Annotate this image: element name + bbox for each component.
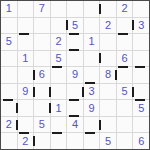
consecutive-mark-h-r6-r7c1 <box>3 99 13 101</box>
cell-r4c3[interactable] <box>34 51 50 67</box>
cell-r8c3[interactable]: 5 <box>34 117 50 133</box>
cell-r3c8[interactable] <box>117 34 133 50</box>
consecutive-mark-v-r6c2-c3 <box>33 87 35 97</box>
puzzle-board: 172523521156698935195254256 <box>0 0 150 150</box>
cell-r8c8[interactable] <box>117 117 133 133</box>
cell-r1c7[interactable] <box>100 1 116 17</box>
cell-r1c3[interactable]: 7 <box>34 1 50 17</box>
cell-r6c9[interactable] <box>133 84 149 100</box>
cell-r9c7[interactable]: 5 <box>100 133 116 149</box>
cell-r3c4[interactable]: 2 <box>51 34 67 50</box>
cell-r4c4[interactable]: 5 <box>51 51 67 67</box>
cell-r5c2[interactable] <box>18 67 34 83</box>
cell-r3c5[interactable] <box>67 34 83 50</box>
consecutive-mark-v-r1c6-c7 <box>99 4 101 14</box>
consecutive-mark-h-r2-r3c5 <box>69 33 79 35</box>
consecutive-mark-v-r2c8-c9 <box>132 20 134 30</box>
cell-r2c5[interactable]: 5 <box>67 18 83 34</box>
cell-r4c6[interactable] <box>84 51 100 67</box>
cell-r2c7[interactable]: 2 <box>100 18 116 34</box>
cell-r2c9[interactable]: 3 <box>133 18 149 34</box>
consecutive-mark-h-r8-r9c6 <box>85 132 95 134</box>
cell-r4c2[interactable]: 1 <box>18 51 34 67</box>
cell-r1c8[interactable]: 2 <box>117 1 133 17</box>
cell-r5c4[interactable] <box>51 67 67 83</box>
cell-r6c3[interactable] <box>34 84 50 100</box>
cell-r4c1[interactable] <box>1 51 17 67</box>
cell-r9c3[interactable] <box>34 133 50 149</box>
cell-r8c5[interactable]: 4 <box>67 117 83 133</box>
consecutive-mark-v-r6c3-c4 <box>49 87 51 97</box>
consecutive-mark-h-r6-r7c9 <box>135 99 145 101</box>
cell-r3c7[interactable] <box>100 34 116 50</box>
cell-r4c5[interactable] <box>67 51 83 67</box>
cell-r7c4[interactable]: 1 <box>51 100 67 116</box>
cell-r1c5[interactable] <box>67 1 83 17</box>
cell-r5c9[interactable] <box>133 67 149 83</box>
cell-r9c6[interactable] <box>84 133 100 149</box>
cell-r9c4[interactable] <box>51 133 67 149</box>
cell-r6c2[interactable]: 9 <box>18 84 34 100</box>
cell-r7c8[interactable] <box>117 100 133 116</box>
consecutive-mark-h-r2-r3c2 <box>19 33 29 35</box>
consecutive-mark-h-r8-r9c4 <box>52 132 62 134</box>
cell-r7c3[interactable] <box>34 100 50 116</box>
cell-r6c5[interactable] <box>67 84 83 100</box>
cell-r2c2[interactable] <box>18 18 34 34</box>
cell-r6c1[interactable] <box>1 84 17 100</box>
consecutive-mark-h-r4-r5c8 <box>118 66 128 68</box>
cell-r8c7[interactable] <box>100 117 116 133</box>
cell-r7c2[interactable] <box>18 100 34 116</box>
cell-r9c8[interactable] <box>117 133 133 149</box>
consecutive-mark-v-r4c6-c7 <box>99 53 101 63</box>
consecutive-mark-v-r5c2-c3 <box>33 70 35 80</box>
cell-r4c8[interactable]: 6 <box>117 51 133 67</box>
cell-r9c2[interactable]: 2 <box>18 133 34 149</box>
cell-r7c7[interactable] <box>100 100 116 116</box>
consecutive-mark-v-r8c6-c7 <box>99 120 101 130</box>
cell-r3c6[interactable]: 1 <box>84 34 100 50</box>
cell-r5c7[interactable]: 8 <box>100 67 116 83</box>
consecutive-mark-v-r7c1-c2 <box>16 103 18 113</box>
cell-r1c6[interactable] <box>84 1 100 17</box>
cell-r4c9[interactable] <box>133 51 149 67</box>
cell-r7c6[interactable]: 9 <box>84 100 100 116</box>
cell-r8c2[interactable] <box>18 117 34 133</box>
consecutive-mark-h-r4-r5c4 <box>52 66 62 68</box>
consecutive-mark-h-r4-r5c9 <box>135 66 145 68</box>
cell-r3c9[interactable] <box>133 34 149 50</box>
cell-r8c9[interactable] <box>133 117 149 133</box>
cell-r1c9[interactable] <box>133 1 149 17</box>
cell-r8c1[interactable]: 2 <box>1 117 17 133</box>
consecutive-mark-v-r2c4-c5 <box>66 20 68 30</box>
cell-r6c8[interactable]: 5 <box>117 84 133 100</box>
cell-r3c3[interactable] <box>34 34 50 50</box>
cell-r2c1[interactable] <box>1 18 17 34</box>
puzzle-grid: 172523521156698935195254256 <box>1 1 149 149</box>
consecutive-mark-h-r8-r9c2 <box>19 132 29 134</box>
consecutive-mark-h-r7-r8c5 <box>69 115 79 117</box>
consecutive-mark-h-r6-r7c5 <box>69 99 79 101</box>
cell-r3c1[interactable]: 5 <box>1 34 17 50</box>
consecutive-mark-v-r7c3-c4 <box>49 103 51 113</box>
cell-r4c7[interactable] <box>100 51 116 67</box>
cell-r5c8[interactable] <box>117 67 133 83</box>
consecutive-mark-h-r5-r6c6 <box>85 82 95 84</box>
consecutive-mark-h-r3-r4c5 <box>69 49 79 51</box>
cell-r7c9[interactable]: 5 <box>133 100 149 116</box>
consecutive-mark-v-r5c7-c8 <box>115 70 117 80</box>
cell-r5c3[interactable]: 6 <box>34 67 50 83</box>
cell-r8c6[interactable] <box>84 117 100 133</box>
cell-r9c5[interactable] <box>67 133 83 149</box>
cell-r8c4[interactable] <box>51 117 67 133</box>
cell-r6c6[interactable]: 3 <box>84 84 100 100</box>
cell-r7c5[interactable] <box>67 100 83 116</box>
cell-r2c3[interactable] <box>34 18 50 34</box>
cell-r2c6[interactable] <box>84 18 100 34</box>
cell-r9c1[interactable] <box>1 133 17 149</box>
cell-r9c9[interactable]: 6 <box>133 133 149 149</box>
cell-r2c8[interactable] <box>117 18 133 34</box>
cell-r6c7[interactable] <box>100 84 116 100</box>
consecutive-mark-h-r2-r3c8 <box>118 33 128 35</box>
consecutive-mark-v-r8c1-c2 <box>16 120 18 130</box>
cell-r2c4[interactable] <box>51 18 67 34</box>
cell-r1c2[interactable] <box>18 1 34 17</box>
cell-r1c1[interactable]: 1 <box>1 1 17 17</box>
cell-r7c1[interactable] <box>1 100 17 116</box>
cell-r5c5[interactable]: 9 <box>67 67 83 83</box>
cell-r5c6[interactable] <box>84 67 100 83</box>
cell-r6c4[interactable] <box>51 84 67 100</box>
cell-r3c2[interactable] <box>18 34 34 50</box>
cell-r5c1[interactable] <box>1 67 17 83</box>
consecutive-mark-v-r6c5-c6 <box>82 87 84 97</box>
cell-r1c4[interactable] <box>51 1 67 17</box>
consecutive-mark-v-r9c2-c3 <box>33 136 35 146</box>
consecutive-mark-v-r6c8-c9 <box>132 87 134 97</box>
